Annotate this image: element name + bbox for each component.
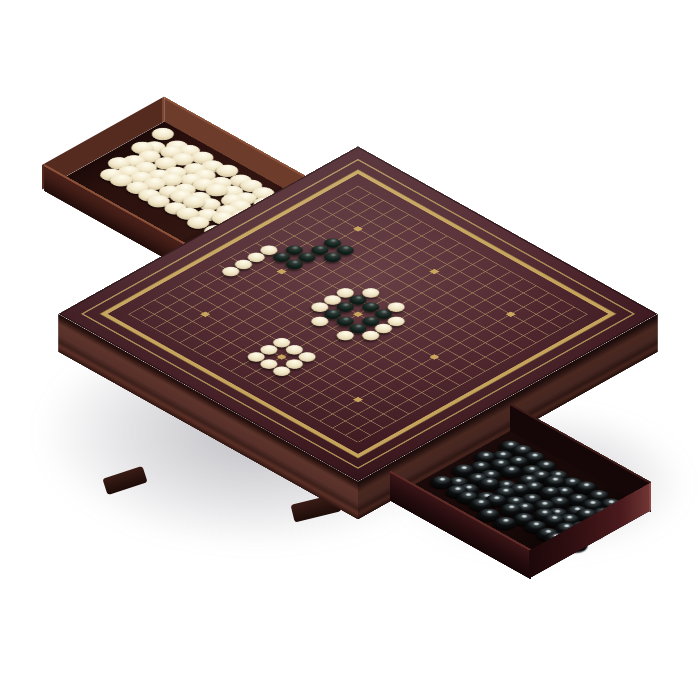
product-photo-stage: Rosewood go table board with two slide-o…: [0, 0, 700, 700]
